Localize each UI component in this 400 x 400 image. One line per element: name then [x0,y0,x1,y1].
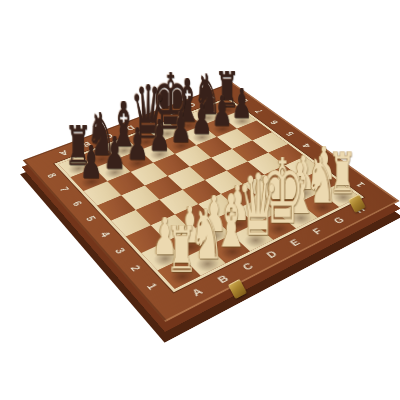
chess-set-photo: ♜♞♝♛♚♝♞♜♟♟♟♟♟♟♟♟♟♟♟♟♟♟♟♟♜♞♝♛♚♝♞♜ AABBCCD… [0,0,400,400]
rank-label-left-6: 6 [59,191,97,216]
chess-board: ♜♞♝♛♚♝♞♜♟♟♟♟♟♟♟♟♟♟♟♟♟♟♟♟♜♞♝♛♚♝♞♜ AABBCCD… [23,82,400,322]
piece-white-rook: ♜ [147,225,216,275]
scene: ♜♞♝♛♚♝♞♜♟♟♟♟♟♟♟♟♟♟♟♟♟♟♟♟♜♞♝♛♚♝♞♜ AABBCCD… [0,0,400,400]
playing-area: ♜♞♝♛♚♝♞♜♟♟♟♟♟♟♟♟♟♟♟♟♟♟♟♟♜♞♝♛♚♝♞♜ [58,99,359,288]
piece-black-pawn: ♟ [61,145,121,181]
board-frame: ♜♞♝♛♚♝♞♜♟♟♟♟♟♟♟♟♟♟♟♟♟♟♟♟♜♞♝♛♚♝♞♜ AABBCCD… [23,82,400,322]
